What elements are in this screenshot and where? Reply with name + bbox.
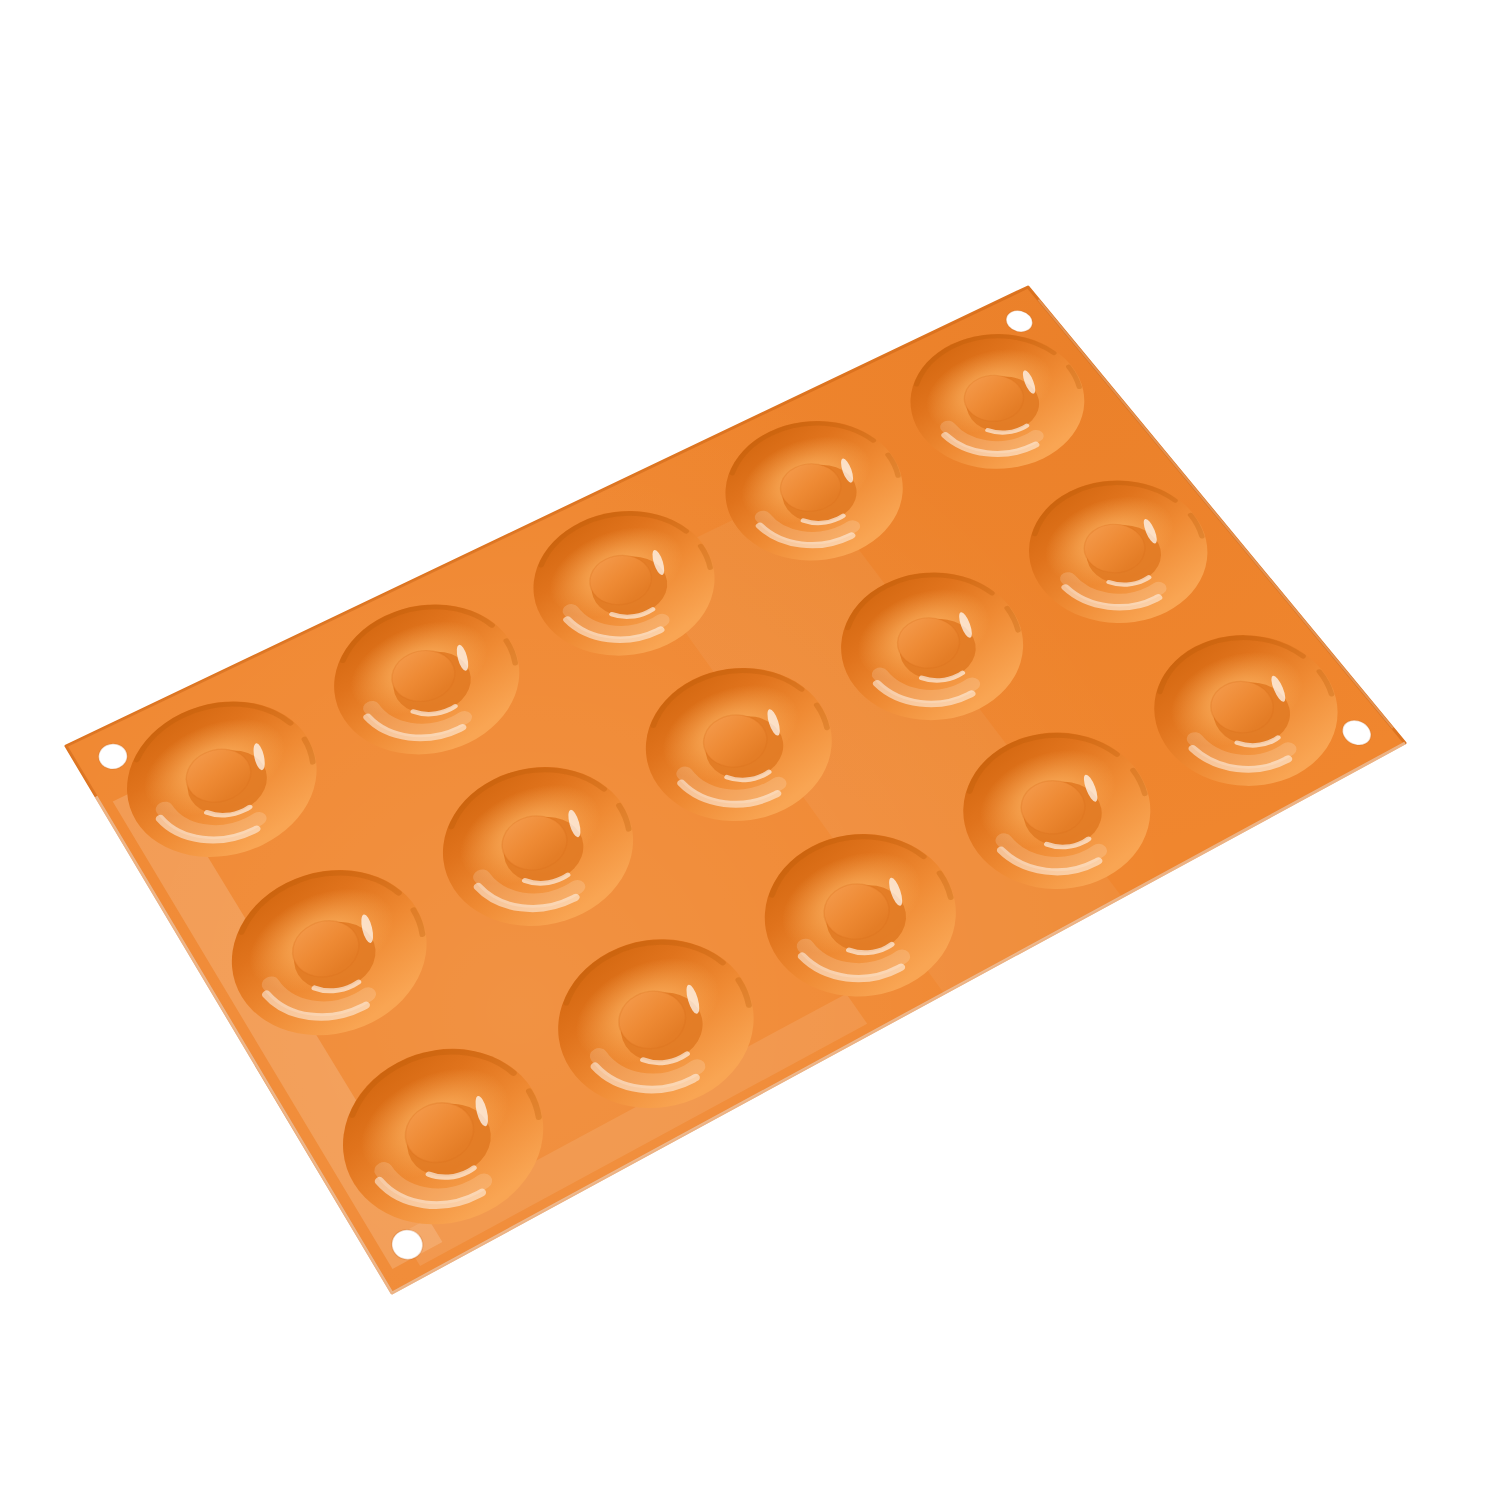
- product-photo-stage: [0, 0, 1500, 1500]
- donut-mold-photo: [0, 0, 1500, 1500]
